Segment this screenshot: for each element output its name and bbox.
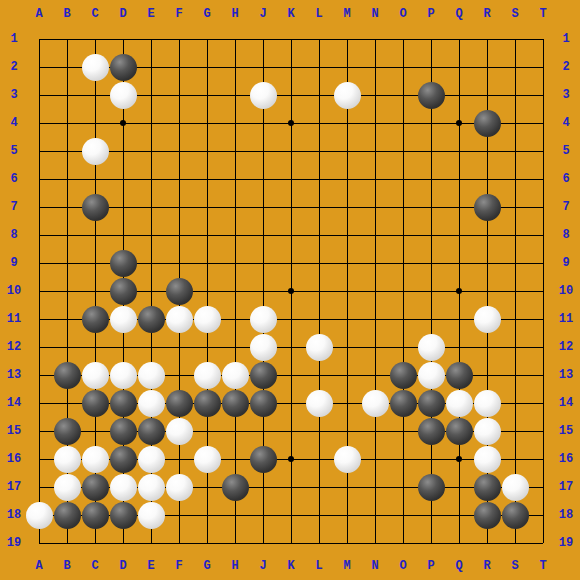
intersection-O6[interactable]: [389, 165, 417, 193]
intersection-T15[interactable]: [529, 417, 557, 445]
intersection-D5[interactable]: [109, 137, 137, 165]
intersection-F13[interactable]: [165, 361, 193, 389]
intersection-J17[interactable]: [249, 473, 277, 501]
intersection-E18[interactable]: [137, 501, 165, 529]
intersection-F17[interactable]: [165, 473, 193, 501]
intersection-C9[interactable]: [81, 249, 109, 277]
intersection-J8[interactable]: [249, 221, 277, 249]
intersection-H19[interactable]: [221, 529, 249, 557]
intersection-G19[interactable]: [193, 529, 221, 557]
intersection-B9[interactable]: [53, 249, 81, 277]
intersection-F2[interactable]: [165, 53, 193, 81]
intersection-T13[interactable]: [529, 361, 557, 389]
intersection-Q12[interactable]: [445, 333, 473, 361]
intersection-L17[interactable]: [305, 473, 333, 501]
intersection-K16[interactable]: [277, 445, 305, 473]
intersection-P19[interactable]: [417, 529, 445, 557]
intersection-F5[interactable]: [165, 137, 193, 165]
intersection-B19[interactable]: [53, 529, 81, 557]
intersection-P17[interactable]: [417, 473, 445, 501]
intersection-B12[interactable]: [53, 333, 81, 361]
intersection-F10[interactable]: [165, 277, 193, 305]
intersection-A19[interactable]: [25, 529, 53, 557]
intersection-M13[interactable]: [333, 361, 361, 389]
intersection-A17[interactable]: [25, 473, 53, 501]
intersection-B10[interactable]: [53, 277, 81, 305]
intersection-N18[interactable]: [361, 501, 389, 529]
intersection-T10[interactable]: [529, 277, 557, 305]
intersection-R4[interactable]: [473, 109, 501, 137]
intersection-K10[interactable]: [277, 277, 305, 305]
intersection-E4[interactable]: [137, 109, 165, 137]
intersection-P15[interactable]: [417, 417, 445, 445]
intersection-N10[interactable]: [361, 277, 389, 305]
intersection-H2[interactable]: [221, 53, 249, 81]
intersection-T4[interactable]: [529, 109, 557, 137]
intersection-E6[interactable]: [137, 165, 165, 193]
intersection-K4[interactable]: [277, 109, 305, 137]
intersection-D4[interactable]: [109, 109, 137, 137]
intersection-J16[interactable]: [249, 445, 277, 473]
intersection-M3[interactable]: [333, 81, 361, 109]
intersection-D3[interactable]: [109, 81, 137, 109]
intersection-B18[interactable]: [53, 501, 81, 529]
intersection-O13[interactable]: [389, 361, 417, 389]
intersection-C19[interactable]: [81, 529, 109, 557]
intersection-B14[interactable]: [53, 389, 81, 417]
intersection-L12[interactable]: [305, 333, 333, 361]
intersection-J15[interactable]: [249, 417, 277, 445]
intersection-M15[interactable]: [333, 417, 361, 445]
intersection-S15[interactable]: [501, 417, 529, 445]
intersection-G9[interactable]: [193, 249, 221, 277]
intersection-B16[interactable]: [53, 445, 81, 473]
intersection-R17[interactable]: [473, 473, 501, 501]
intersection-O15[interactable]: [389, 417, 417, 445]
intersection-L8[interactable]: [305, 221, 333, 249]
intersection-S10[interactable]: [501, 277, 529, 305]
intersection-N8[interactable]: [361, 221, 389, 249]
intersection-P3[interactable]: [417, 81, 445, 109]
intersection-J11[interactable]: [249, 305, 277, 333]
intersection-D12[interactable]: [109, 333, 137, 361]
intersection-S2[interactable]: [501, 53, 529, 81]
intersection-D16[interactable]: [109, 445, 137, 473]
intersection-H13[interactable]: [221, 361, 249, 389]
intersection-E10[interactable]: [137, 277, 165, 305]
intersection-O2[interactable]: [389, 53, 417, 81]
intersection-O5[interactable]: [389, 137, 417, 165]
intersection-S1[interactable]: [501, 25, 529, 53]
intersection-G6[interactable]: [193, 165, 221, 193]
intersection-J5[interactable]: [249, 137, 277, 165]
intersection-R10[interactable]: [473, 277, 501, 305]
intersection-S18[interactable]: [501, 501, 529, 529]
intersection-P12[interactable]: [417, 333, 445, 361]
intersection-M12[interactable]: [333, 333, 361, 361]
intersection-C12[interactable]: [81, 333, 109, 361]
intersection-R13[interactable]: [473, 361, 501, 389]
intersection-Q9[interactable]: [445, 249, 473, 277]
intersection-C14[interactable]: [81, 389, 109, 417]
intersection-G4[interactable]: [193, 109, 221, 137]
intersection-L15[interactable]: [305, 417, 333, 445]
intersection-G7[interactable]: [193, 193, 221, 221]
intersection-Q6[interactable]: [445, 165, 473, 193]
intersection-E9[interactable]: [137, 249, 165, 277]
intersection-N14[interactable]: [361, 389, 389, 417]
intersection-R7[interactable]: [473, 193, 501, 221]
intersection-T5[interactable]: [529, 137, 557, 165]
intersection-B15[interactable]: [53, 417, 81, 445]
intersection-P9[interactable]: [417, 249, 445, 277]
intersection-R18[interactable]: [473, 501, 501, 529]
intersection-N11[interactable]: [361, 305, 389, 333]
intersection-Q15[interactable]: [445, 417, 473, 445]
intersection-B1[interactable]: [53, 25, 81, 53]
intersection-N19[interactable]: [361, 529, 389, 557]
intersection-L1[interactable]: [305, 25, 333, 53]
intersection-Q3[interactable]: [445, 81, 473, 109]
intersection-K9[interactable]: [277, 249, 305, 277]
intersection-R14[interactable]: [473, 389, 501, 417]
intersection-C5[interactable]: [81, 137, 109, 165]
intersection-M5[interactable]: [333, 137, 361, 165]
intersection-N15[interactable]: [361, 417, 389, 445]
intersection-K11[interactable]: [277, 305, 305, 333]
intersection-J9[interactable]: [249, 249, 277, 277]
intersection-C18[interactable]: [81, 501, 109, 529]
intersection-L16[interactable]: [305, 445, 333, 473]
intersection-M9[interactable]: [333, 249, 361, 277]
intersection-A6[interactable]: [25, 165, 53, 193]
intersection-S19[interactable]: [501, 529, 529, 557]
intersection-S14[interactable]: [501, 389, 529, 417]
intersection-T11[interactable]: [529, 305, 557, 333]
intersection-D2[interactable]: [109, 53, 137, 81]
intersection-T9[interactable]: [529, 249, 557, 277]
intersection-T7[interactable]: [529, 193, 557, 221]
intersection-J19[interactable]: [249, 529, 277, 557]
intersection-S3[interactable]: [501, 81, 529, 109]
intersection-B6[interactable]: [53, 165, 81, 193]
intersection-S5[interactable]: [501, 137, 529, 165]
intersection-P2[interactable]: [417, 53, 445, 81]
intersection-J7[interactable]: [249, 193, 277, 221]
intersection-R12[interactable]: [473, 333, 501, 361]
intersection-M6[interactable]: [333, 165, 361, 193]
intersection-E8[interactable]: [137, 221, 165, 249]
intersection-E7[interactable]: [137, 193, 165, 221]
intersection-C10[interactable]: [81, 277, 109, 305]
intersection-P6[interactable]: [417, 165, 445, 193]
intersection-S11[interactable]: [501, 305, 529, 333]
intersection-J1[interactable]: [249, 25, 277, 53]
intersection-M11[interactable]: [333, 305, 361, 333]
intersection-H3[interactable]: [221, 81, 249, 109]
intersection-H4[interactable]: [221, 109, 249, 137]
intersection-F4[interactable]: [165, 109, 193, 137]
intersection-D15[interactable]: [109, 417, 137, 445]
intersection-N2[interactable]: [361, 53, 389, 81]
intersection-G11[interactable]: [193, 305, 221, 333]
intersection-F11[interactable]: [165, 305, 193, 333]
intersection-O4[interactable]: [389, 109, 417, 137]
intersection-G3[interactable]: [193, 81, 221, 109]
intersection-E3[interactable]: [137, 81, 165, 109]
intersection-D7[interactable]: [109, 193, 137, 221]
intersection-T12[interactable]: [529, 333, 557, 361]
intersection-O17[interactable]: [389, 473, 417, 501]
intersection-M8[interactable]: [333, 221, 361, 249]
intersection-O8[interactable]: [389, 221, 417, 249]
intersection-J10[interactable]: [249, 277, 277, 305]
intersection-A8[interactable]: [25, 221, 53, 249]
intersection-G10[interactable]: [193, 277, 221, 305]
intersection-F8[interactable]: [165, 221, 193, 249]
intersection-F18[interactable]: [165, 501, 193, 529]
intersection-K8[interactable]: [277, 221, 305, 249]
intersection-C4[interactable]: [81, 109, 109, 137]
intersection-T8[interactable]: [529, 221, 557, 249]
intersection-C17[interactable]: [81, 473, 109, 501]
intersection-A14[interactable]: [25, 389, 53, 417]
intersection-T1[interactable]: [529, 25, 557, 53]
intersection-F6[interactable]: [165, 165, 193, 193]
intersection-D14[interactable]: [109, 389, 137, 417]
intersection-L10[interactable]: [305, 277, 333, 305]
intersection-H6[interactable]: [221, 165, 249, 193]
intersection-D1[interactable]: [109, 25, 137, 53]
intersection-P11[interactable]: [417, 305, 445, 333]
intersection-S9[interactable]: [501, 249, 529, 277]
intersection-B2[interactable]: [53, 53, 81, 81]
intersection-M4[interactable]: [333, 109, 361, 137]
intersection-E16[interactable]: [137, 445, 165, 473]
intersection-G2[interactable]: [193, 53, 221, 81]
intersection-T19[interactable]: [529, 529, 557, 557]
intersection-D13[interactable]: [109, 361, 137, 389]
intersection-C7[interactable]: [81, 193, 109, 221]
intersection-F14[interactable]: [165, 389, 193, 417]
intersection-T17[interactable]: [529, 473, 557, 501]
intersection-J6[interactable]: [249, 165, 277, 193]
intersection-O12[interactable]: [389, 333, 417, 361]
intersection-D10[interactable]: [109, 277, 137, 305]
intersection-Q4[interactable]: [445, 109, 473, 137]
intersection-Q16[interactable]: [445, 445, 473, 473]
intersection-C13[interactable]: [81, 361, 109, 389]
intersection-B5[interactable]: [53, 137, 81, 165]
intersection-R19[interactable]: [473, 529, 501, 557]
intersection-D17[interactable]: [109, 473, 137, 501]
intersection-L7[interactable]: [305, 193, 333, 221]
intersection-R5[interactable]: [473, 137, 501, 165]
intersection-F1[interactable]: [165, 25, 193, 53]
intersection-L19[interactable]: [305, 529, 333, 557]
intersection-O10[interactable]: [389, 277, 417, 305]
intersection-H1[interactable]: [221, 25, 249, 53]
intersection-C11[interactable]: [81, 305, 109, 333]
intersection-L5[interactable]: [305, 137, 333, 165]
intersection-H17[interactable]: [221, 473, 249, 501]
intersection-M17[interactable]: [333, 473, 361, 501]
intersection-F15[interactable]: [165, 417, 193, 445]
intersection-P8[interactable]: [417, 221, 445, 249]
intersection-A18[interactable]: [25, 501, 53, 529]
intersection-O19[interactable]: [389, 529, 417, 557]
intersection-D11[interactable]: [109, 305, 137, 333]
intersection-E5[interactable]: [137, 137, 165, 165]
intersection-P16[interactable]: [417, 445, 445, 473]
intersection-K6[interactable]: [277, 165, 305, 193]
intersection-A3[interactable]: [25, 81, 53, 109]
intersection-R15[interactable]: [473, 417, 501, 445]
intersection-L9[interactable]: [305, 249, 333, 277]
intersection-F7[interactable]: [165, 193, 193, 221]
intersection-T18[interactable]: [529, 501, 557, 529]
intersection-E11[interactable]: [137, 305, 165, 333]
intersection-F12[interactable]: [165, 333, 193, 361]
intersection-C16[interactable]: [81, 445, 109, 473]
intersection-M1[interactable]: [333, 25, 361, 53]
intersection-D6[interactable]: [109, 165, 137, 193]
intersection-A7[interactable]: [25, 193, 53, 221]
intersection-T3[interactable]: [529, 81, 557, 109]
intersection-G17[interactable]: [193, 473, 221, 501]
intersection-S7[interactable]: [501, 193, 529, 221]
intersection-A15[interactable]: [25, 417, 53, 445]
intersection-T16[interactable]: [529, 445, 557, 473]
intersection-P14[interactable]: [417, 389, 445, 417]
intersection-E17[interactable]: [137, 473, 165, 501]
intersection-B11[interactable]: [53, 305, 81, 333]
intersection-Q17[interactable]: [445, 473, 473, 501]
intersection-G1[interactable]: [193, 25, 221, 53]
intersection-M18[interactable]: [333, 501, 361, 529]
intersection-K3[interactable]: [277, 81, 305, 109]
intersection-M10[interactable]: [333, 277, 361, 305]
intersection-S8[interactable]: [501, 221, 529, 249]
intersection-B17[interactable]: [53, 473, 81, 501]
intersection-L6[interactable]: [305, 165, 333, 193]
intersection-Q18[interactable]: [445, 501, 473, 529]
intersection-L14[interactable]: [305, 389, 333, 417]
intersection-J12[interactable]: [249, 333, 277, 361]
intersection-Q5[interactable]: [445, 137, 473, 165]
intersection-J3[interactable]: [249, 81, 277, 109]
intersection-F19[interactable]: [165, 529, 193, 557]
intersection-S6[interactable]: [501, 165, 529, 193]
intersection-C2[interactable]: [81, 53, 109, 81]
intersection-A10[interactable]: [25, 277, 53, 305]
intersection-O18[interactable]: [389, 501, 417, 529]
intersection-K14[interactable]: [277, 389, 305, 417]
intersection-N4[interactable]: [361, 109, 389, 137]
intersection-P7[interactable]: [417, 193, 445, 221]
intersection-H8[interactable]: [221, 221, 249, 249]
intersection-C8[interactable]: [81, 221, 109, 249]
intersection-N5[interactable]: [361, 137, 389, 165]
intersection-O3[interactable]: [389, 81, 417, 109]
intersection-N13[interactable]: [361, 361, 389, 389]
intersection-N1[interactable]: [361, 25, 389, 53]
intersection-E13[interactable]: [137, 361, 165, 389]
intersection-H14[interactable]: [221, 389, 249, 417]
intersection-F9[interactable]: [165, 249, 193, 277]
intersection-C3[interactable]: [81, 81, 109, 109]
intersection-B4[interactable]: [53, 109, 81, 137]
intersection-M14[interactable]: [333, 389, 361, 417]
intersection-N9[interactable]: [361, 249, 389, 277]
intersection-R2[interactable]: [473, 53, 501, 81]
intersection-Q8[interactable]: [445, 221, 473, 249]
intersection-O14[interactable]: [389, 389, 417, 417]
intersection-R16[interactable]: [473, 445, 501, 473]
intersection-N16[interactable]: [361, 445, 389, 473]
intersection-J2[interactable]: [249, 53, 277, 81]
intersection-K19[interactable]: [277, 529, 305, 557]
intersection-C6[interactable]: [81, 165, 109, 193]
intersection-G14[interactable]: [193, 389, 221, 417]
intersection-L4[interactable]: [305, 109, 333, 137]
intersection-L18[interactable]: [305, 501, 333, 529]
intersection-E14[interactable]: [137, 389, 165, 417]
intersection-A1[interactable]: [25, 25, 53, 53]
intersection-R3[interactable]: [473, 81, 501, 109]
intersection-J13[interactable]: [249, 361, 277, 389]
intersection-J14[interactable]: [249, 389, 277, 417]
intersection-T14[interactable]: [529, 389, 557, 417]
intersection-M7[interactable]: [333, 193, 361, 221]
intersection-N3[interactable]: [361, 81, 389, 109]
intersection-G13[interactable]: [193, 361, 221, 389]
intersection-R9[interactable]: [473, 249, 501, 277]
intersection-A9[interactable]: [25, 249, 53, 277]
intersection-A4[interactable]: [25, 109, 53, 137]
intersection-O9[interactable]: [389, 249, 417, 277]
intersection-D9[interactable]: [109, 249, 137, 277]
intersection-E15[interactable]: [137, 417, 165, 445]
intersection-R1[interactable]: [473, 25, 501, 53]
intersection-E19[interactable]: [137, 529, 165, 557]
intersection-H5[interactable]: [221, 137, 249, 165]
intersection-P4[interactable]: [417, 109, 445, 137]
intersection-N6[interactable]: [361, 165, 389, 193]
intersection-Q14[interactable]: [445, 389, 473, 417]
intersection-P13[interactable]: [417, 361, 445, 389]
intersection-G15[interactable]: [193, 417, 221, 445]
intersection-O7[interactable]: [389, 193, 417, 221]
intersection-S16[interactable]: [501, 445, 529, 473]
intersection-A13[interactable]: [25, 361, 53, 389]
intersection-G16[interactable]: [193, 445, 221, 473]
intersection-C1[interactable]: [81, 25, 109, 53]
intersection-T6[interactable]: [529, 165, 557, 193]
intersection-K17[interactable]: [277, 473, 305, 501]
intersection-Q10[interactable]: [445, 277, 473, 305]
intersection-B7[interactable]: [53, 193, 81, 221]
intersection-D19[interactable]: [109, 529, 137, 557]
intersection-A5[interactable]: [25, 137, 53, 165]
intersection-S17[interactable]: [501, 473, 529, 501]
intersection-K5[interactable]: [277, 137, 305, 165]
intersection-K2[interactable]: [277, 53, 305, 81]
intersection-S4[interactable]: [501, 109, 529, 137]
intersection-F16[interactable]: [165, 445, 193, 473]
intersection-P18[interactable]: [417, 501, 445, 529]
intersection-C15[interactable]: [81, 417, 109, 445]
